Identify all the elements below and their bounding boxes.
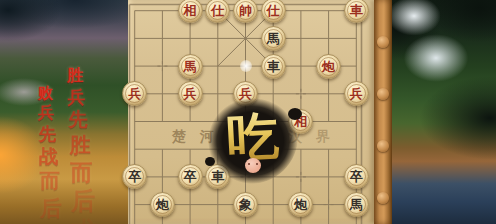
piece-character: 相 — [294, 115, 307, 128]
piece-character: 炮 — [156, 198, 169, 211]
piece-red-horse[interactable]: 馬 — [178, 54, 203, 79]
piece-black-cannon-1[interactable]: 炮 — [150, 192, 175, 217]
piece-character: 兵 — [239, 87, 252, 100]
piece-character: 仕 — [267, 4, 280, 17]
piece-character: 卒 — [128, 170, 141, 183]
piece-black-chariot-1[interactable]: 車 — [261, 54, 286, 79]
piece-red-general[interactable]: 帥 — [233, 0, 258, 23]
piece-black-horse-2[interactable]: 馬 — [344, 192, 369, 217]
piece-red-soldier-2[interactable]: 兵 — [178, 81, 203, 106]
piece-character: 兵 — [128, 87, 141, 100]
piece-black-chariot-2[interactable]: 車 — [205, 164, 230, 189]
piece-character: 仕 — [211, 4, 224, 17]
piece-black-soldier-1[interactable]: 卒 — [122, 164, 147, 189]
edge-knob — [377, 88, 389, 100]
piece-character: 兵 — [350, 87, 363, 100]
piece-red-elephant-1[interactable]: 相 — [178, 0, 203, 23]
piece-character: 車 — [267, 60, 280, 73]
edge-knob — [377, 140, 389, 152]
pieces-layer: 相仕帥仕車馬馬車炮兵兵兵兵相卒卒車卒炮象炮馬 — [121, 0, 370, 218]
piece-character: 象 — [239, 198, 252, 211]
piece-red-soldier-3[interactable]: 兵 — [233, 81, 258, 106]
piece-red-soldier-1[interactable]: 兵 — [122, 81, 147, 106]
piece-character: 卒 — [184, 170, 197, 183]
piece-character: 相 — [184, 4, 197, 17]
xiangqi-game-screen: 胜兵先胜而后求战 败兵先战而后求胜 — [0, 0, 496, 224]
piece-character: 馬 — [267, 32, 280, 45]
piece-character: 炮 — [322, 60, 335, 73]
piece-character: 卒 — [350, 170, 363, 183]
piece-red-soldier-4[interactable]: 兵 — [344, 81, 369, 106]
piece-red-cannon[interactable]: 炮 — [316, 54, 341, 79]
piece-black-horse-1[interactable]: 馬 — [261, 26, 286, 51]
piece-character: 車 — [350, 4, 363, 17]
piece-character: 車 — [211, 170, 224, 183]
piece-red-advisor-2[interactable]: 仕 — [261, 0, 286, 23]
piece-character: 帥 — [239, 4, 252, 17]
piece-character: 馬 — [350, 198, 363, 211]
piece-character: 兵 — [184, 87, 197, 100]
piece-red-elephant-2[interactable]: 相 — [288, 109, 313, 134]
piece-black-cannon-2[interactable]: 炮 — [288, 192, 313, 217]
piece-character: 馬 — [184, 60, 197, 73]
edge-knob — [377, 192, 389, 204]
background-left-landscape — [0, 0, 130, 224]
piece-black-elephant[interactable]: 象 — [233, 192, 258, 217]
piece-black-soldier-2[interactable]: 卒 — [178, 164, 203, 189]
piece-character: 炮 — [294, 198, 307, 211]
edge-knob — [377, 36, 389, 48]
piece-red-advisor-1[interactable]: 仕 — [205, 0, 230, 23]
background-right-landscape — [392, 0, 496, 224]
xiangqi-board[interactable]: 楚河 汉界 相仕帥仕車馬馬車炮兵兵兵兵相卒卒車卒炮象炮馬 吃 — [128, 0, 374, 224]
piece-black-soldier-3[interactable]: 卒 — [344, 164, 369, 189]
board-wooden-edge — [374, 0, 392, 224]
piece-red-chariot[interactable]: 車 — [344, 0, 369, 23]
